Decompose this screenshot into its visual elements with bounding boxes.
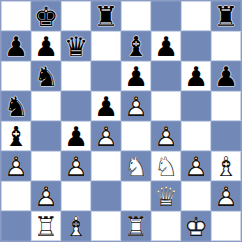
square-e2[interactable] xyxy=(121,181,151,211)
square-e1[interactable]: ♜♖ xyxy=(121,211,151,241)
piece-white-bishop-fill: ♝ xyxy=(61,211,91,241)
piece-white-pawn: ♙ xyxy=(121,91,151,121)
piece-white-bishop-fill: ♝ xyxy=(211,151,241,181)
piece-black-bishop: ♝ xyxy=(1,121,31,151)
square-h4[interactable] xyxy=(211,121,241,151)
square-g5[interactable] xyxy=(181,91,211,121)
piece-black-pawn: ♟ xyxy=(91,91,121,121)
square-e4[interactable] xyxy=(121,121,151,151)
square-d1[interactable] xyxy=(91,211,121,241)
square-b3[interactable] xyxy=(31,151,61,181)
square-c1[interactable]: ♝♗ xyxy=(61,211,91,241)
square-g7[interactable] xyxy=(181,31,211,61)
square-g6[interactable]: ♟ xyxy=(181,61,211,91)
square-h8[interactable]: ♜ xyxy=(211,1,241,31)
square-a7[interactable]: ♟ xyxy=(1,31,31,61)
square-h3[interactable]: ♝♗ xyxy=(211,151,241,181)
square-d4[interactable]: ♟♙ xyxy=(91,121,121,151)
piece-black-rook: ♜ xyxy=(211,1,241,31)
square-d3[interactable] xyxy=(91,151,121,181)
square-g3[interactable]: ♟♙ xyxy=(181,151,211,181)
square-b6[interactable]: ♞ xyxy=(31,61,61,91)
piece-black-king: ♚ xyxy=(31,1,61,31)
piece-white-knight: ♘ xyxy=(121,151,151,181)
piece-white-bishop: ♗ xyxy=(61,211,91,241)
piece-white-king-fill: ♚ xyxy=(181,211,211,241)
piece-black-pawn: ♟ xyxy=(151,31,181,61)
square-f8[interactable] xyxy=(151,1,181,31)
piece-black-queen: ♛ xyxy=(61,31,91,61)
square-b1[interactable]: ♜♖ xyxy=(31,211,61,241)
square-c4[interactable]: ♟ xyxy=(61,121,91,151)
piece-white-pawn: ♙ xyxy=(31,181,61,211)
square-f4[interactable]: ♟♙ xyxy=(151,121,181,151)
chess-board: ♚♜♜♟♟♛♝♟♞♟♟♟♞♟♟♙♝♟♟♙♟♙♟♙♟♙♞♘♞♘♟♙♝♗♟♙♛♕♟♙… xyxy=(0,0,242,242)
square-d8[interactable]: ♜ xyxy=(91,1,121,31)
piece-black-knight: ♞ xyxy=(1,91,31,121)
piece-white-pawn-fill: ♟ xyxy=(61,151,91,181)
square-e3[interactable]: ♞♘ xyxy=(121,151,151,181)
square-f5[interactable] xyxy=(151,91,181,121)
piece-white-king: ♔ xyxy=(181,211,211,241)
square-b5[interactable] xyxy=(31,91,61,121)
square-c8[interactable] xyxy=(61,1,91,31)
piece-white-queen-fill: ♛ xyxy=(151,181,181,211)
square-a4[interactable]: ♝ xyxy=(1,121,31,151)
square-a3[interactable]: ♟♙ xyxy=(1,151,31,181)
square-h2[interactable]: ♟♙ xyxy=(211,181,241,211)
piece-white-pawn-fill: ♟ xyxy=(211,181,241,211)
piece-black-rook: ♜ xyxy=(91,1,121,31)
piece-black-pawn: ♟ xyxy=(121,61,151,91)
piece-white-pawn-fill: ♟ xyxy=(31,181,61,211)
piece-white-queen: ♕ xyxy=(151,181,181,211)
piece-white-rook-fill: ♜ xyxy=(121,211,151,241)
piece-white-pawn: ♙ xyxy=(1,151,31,181)
piece-white-pawn: ♙ xyxy=(211,181,241,211)
square-f1[interactable] xyxy=(151,211,181,241)
piece-white-knight-fill: ♞ xyxy=(121,151,151,181)
square-b8[interactable]: ♚ xyxy=(31,1,61,31)
square-c5[interactable] xyxy=(61,91,91,121)
piece-white-pawn: ♙ xyxy=(61,151,91,181)
piece-black-pawn: ♟ xyxy=(181,61,211,91)
square-h6[interactable]: ♟ xyxy=(211,61,241,91)
piece-white-pawn-fill: ♟ xyxy=(151,121,181,151)
piece-white-pawn-fill: ♟ xyxy=(1,151,31,181)
piece-white-rook: ♖ xyxy=(121,211,151,241)
square-d7[interactable] xyxy=(91,31,121,61)
square-c3[interactable]: ♟♙ xyxy=(61,151,91,181)
square-d2[interactable] xyxy=(91,181,121,211)
square-a5[interactable]: ♞ xyxy=(1,91,31,121)
piece-white-knight-fill: ♞ xyxy=(151,151,181,181)
piece-white-pawn-fill: ♟ xyxy=(91,121,121,151)
square-c2[interactable] xyxy=(61,181,91,211)
square-e7[interactable]: ♝ xyxy=(121,31,151,61)
square-h7[interactable] xyxy=(211,31,241,61)
piece-black-pawn: ♟ xyxy=(31,31,61,61)
square-g8[interactable] xyxy=(181,1,211,31)
square-f7[interactable]: ♟ xyxy=(151,31,181,61)
square-b2[interactable]: ♟♙ xyxy=(31,181,61,211)
square-e5[interactable]: ♟♙ xyxy=(121,91,151,121)
square-g4[interactable] xyxy=(181,121,211,151)
square-e6[interactable]: ♟ xyxy=(121,61,151,91)
square-c6[interactable] xyxy=(61,61,91,91)
square-b7[interactable]: ♟ xyxy=(31,31,61,61)
square-a2[interactable] xyxy=(1,181,31,211)
square-g2[interactable] xyxy=(181,181,211,211)
piece-white-pawn: ♙ xyxy=(91,121,121,151)
piece-white-pawn: ♙ xyxy=(181,151,211,181)
square-g1[interactable]: ♚♔ xyxy=(181,211,211,241)
square-a6[interactable] xyxy=(1,61,31,91)
piece-black-pawn: ♟ xyxy=(211,61,241,91)
square-b4[interactable] xyxy=(31,121,61,151)
piece-black-knight: ♞ xyxy=(31,61,61,91)
square-e8[interactable] xyxy=(121,1,151,31)
piece-white-pawn: ♙ xyxy=(151,121,181,151)
square-h1[interactable] xyxy=(211,211,241,241)
square-d5[interactable]: ♟ xyxy=(91,91,121,121)
square-h5[interactable] xyxy=(211,91,241,121)
square-f6[interactable] xyxy=(151,61,181,91)
piece-black-pawn: ♟ xyxy=(61,121,91,151)
square-c7[interactable]: ♛ xyxy=(61,31,91,61)
square-f2[interactable]: ♛♕ xyxy=(151,181,181,211)
piece-white-pawn-fill: ♟ xyxy=(181,151,211,181)
square-a1[interactable] xyxy=(1,211,31,241)
square-f3[interactable]: ♞♘ xyxy=(151,151,181,181)
piece-white-rook: ♖ xyxy=(31,211,61,241)
piece-black-pawn: ♟ xyxy=(1,31,31,61)
piece-white-bishop: ♗ xyxy=(211,151,241,181)
piece-white-rook-fill: ♜ xyxy=(31,211,61,241)
piece-white-pawn-fill: ♟ xyxy=(121,91,151,121)
square-a8[interactable] xyxy=(1,1,31,31)
square-d6[interactable] xyxy=(91,61,121,91)
piece-white-knight: ♘ xyxy=(151,151,181,181)
piece-black-bishop: ♝ xyxy=(121,31,151,61)
